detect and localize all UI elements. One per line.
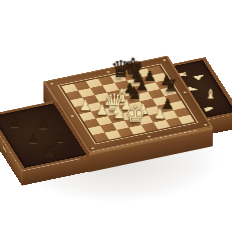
black-bishop[interactable]: ♝: [55, 131, 67, 144]
black-pawn[interactable]: ♟: [9, 116, 21, 129]
brass-dot-icon: [182, 91, 186, 93]
brass-dot-icon: [203, 123, 207, 125]
brass-dot-icon: [106, 71, 110, 73]
black-pawn[interactable]: ♟: [27, 132, 39, 145]
drawer-handle-icon[interactable]: [3, 145, 6, 154]
white-pawn[interactable]: ♟: [95, 103, 108, 117]
chess-board[interactable]: ♛♚♞♟♟♟♟♟♟♝♞♜♟♛♟♞♟♟♚♟: [61, 66, 194, 142]
black-pawn[interactable]: ♟: [37, 117, 49, 130]
white-knight[interactable]: ♞: [110, 103, 126, 121]
brass-dot-icon: [70, 115, 74, 117]
black-rook[interactable]: ♜: [163, 79, 177, 95]
chess-set-photo: ♟♟♟♝♜ ♜♟♟♝♞ ♛♚♞♟♟♟♟♟♟♝♞♜♟♛♟♞♟♟♚♟: [0, 0, 232, 232]
brass-dot-icon: [162, 59, 166, 61]
brass-dot-icon: [90, 147, 94, 149]
white-king[interactable]: ♚: [125, 103, 146, 126]
black-queen[interactable]: ♛: [110, 58, 131, 81]
white-bishop[interactable]: ♝: [205, 87, 217, 100]
brass-dot-icon: [49, 82, 53, 84]
white-pawn[interactable]: ♟: [191, 72, 208, 82]
brass-dot-icon: [147, 135, 151, 137]
white-pawn[interactable]: ♟: [153, 107, 166, 121]
black-rook[interactable]: ♜: [44, 144, 56, 157]
white-pawn[interactable]: ♟: [79, 98, 92, 112]
